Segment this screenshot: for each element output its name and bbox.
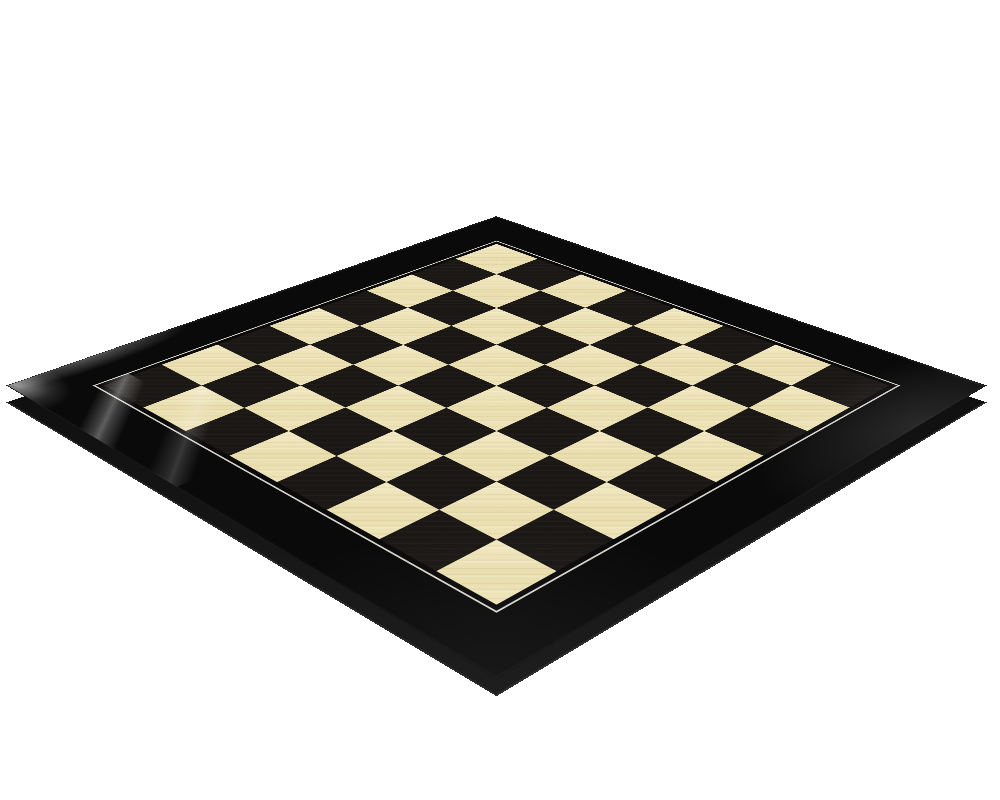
product-photo-scene <box>0 0 1000 800</box>
playing-field <box>104 244 889 605</box>
chess-board[interactable] <box>6 216 986 679</box>
